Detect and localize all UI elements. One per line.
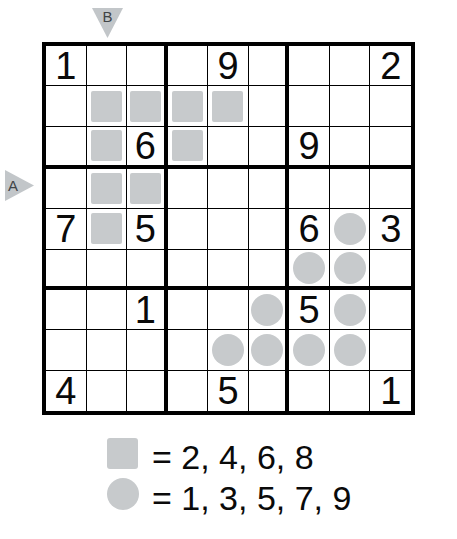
cell-r5c9[interactable]: 3 [370,209,411,249]
cell-r6c7[interactable] [289,250,330,290]
cell-r2c1[interactable] [46,86,87,126]
cell-r8c7[interactable] [289,330,330,370]
cell-r3c4[interactable] [168,127,209,169]
given-digit: 3 [380,210,401,248]
even-square-marker [91,130,122,161]
cell-r3c7[interactable]: 9 [289,127,330,169]
cell-r3c8[interactable] [330,127,371,169]
odd-circle-marker [334,252,366,284]
cell-r9c1[interactable]: 4 [46,371,87,411]
cell-r8c6[interactable] [249,330,290,370]
cell-r4c2[interactable] [87,169,128,209]
marker-b-label: B [92,9,123,26]
cell-r3c1[interactable] [46,127,87,169]
cell-r2c8[interactable] [330,86,371,126]
cell-r1c6[interactable] [249,46,290,86]
odd-circle-marker [293,334,325,366]
cell-r4c1[interactable] [46,169,87,209]
cell-r4c8[interactable] [330,169,371,209]
cell-r5c4[interactable] [168,209,209,249]
cell-r2c6[interactable] [249,86,290,126]
cell-r1c7[interactable] [289,46,330,86]
legend-even-square-swatch [107,438,138,469]
even-square-marker [91,173,122,204]
odd-circle-marker [334,213,366,245]
given-digit: 6 [135,127,156,165]
cell-r6c1[interactable] [46,250,87,290]
cell-r8c8[interactable] [330,330,371,370]
odd-circle-marker [293,252,325,284]
odd-circle-marker [251,334,283,366]
legend-odd-circle-swatch [107,478,139,510]
cell-r5c6[interactable] [249,209,290,249]
cell-r8c5[interactable] [208,330,249,370]
cell-r6c2[interactable] [87,250,128,290]
cell-r2c4[interactable] [168,86,209,126]
cell-r8c3[interactable] [127,330,168,370]
cell-r6c9[interactable] [370,250,411,290]
cell-r9c6[interactable] [249,371,290,411]
cell-r5c2[interactable] [87,209,128,249]
cell-r2c9[interactable] [370,86,411,126]
cell-r9c8[interactable] [330,371,371,411]
cell-r5c1[interactable]: 7 [46,209,87,249]
even-square-marker [172,130,203,161]
cell-r2c2[interactable] [87,86,128,126]
cell-r8c2[interactable] [87,330,128,370]
even-square-marker [91,213,122,244]
legend-odd-label: = 1, 3, 5, 7, 9 [152,481,351,515]
cell-r3c3[interactable]: 6 [127,127,168,169]
cell-r8c9[interactable] [370,330,411,370]
given-digit: 7 [55,210,76,248]
cell-r6c5[interactable] [208,250,249,290]
sudoku-grid: 19269756315451 [42,42,415,415]
cell-r4c9[interactable] [370,169,411,209]
cell-r7c2[interactable] [87,290,128,330]
cell-r7c4[interactable] [168,290,209,330]
cell-r5c3[interactable]: 5 [127,209,168,249]
cell-r7c6[interactable] [249,290,290,330]
odd-circle-marker [212,334,244,366]
marker-a-right-arrow-icon: A [5,170,34,201]
given-digit: 5 [299,291,320,329]
given-digit: 9 [217,47,238,85]
cell-r1c1[interactable]: 1 [46,46,87,86]
cell-r8c1[interactable] [46,330,87,370]
cell-r6c8[interactable] [330,250,371,290]
cell-r3c6[interactable] [249,127,290,169]
odd-circle-marker [251,294,283,326]
odd-circle-marker [334,334,366,366]
cell-r7c8[interactable] [330,290,371,330]
cell-r6c4[interactable] [168,250,209,290]
cell-r4c7[interactable] [289,169,330,209]
cell-r1c8[interactable] [330,46,371,86]
cell-r8c4[interactable] [168,330,209,370]
cell-r6c3[interactable] [127,250,168,290]
even-square-marker [172,91,203,122]
even-square-marker [130,173,161,204]
given-digit: 1 [135,291,156,329]
cell-r9c3[interactable] [127,371,168,411]
cell-r7c3[interactable]: 1 [127,290,168,330]
cell-r7c1[interactable] [46,290,87,330]
given-digit: 1 [380,372,401,410]
cell-r4c5[interactable] [208,169,249,209]
cell-r1c4[interactable] [168,46,209,86]
cell-r9c9[interactable]: 1 [370,371,411,411]
marker-a-label: A [8,178,18,193]
cell-r5c7[interactable]: 6 [289,209,330,249]
cell-r9c2[interactable] [87,371,128,411]
cell-r1c3[interactable] [127,46,168,86]
cell-r3c9[interactable] [370,127,411,169]
cell-r7c5[interactable] [208,290,249,330]
cell-r5c8[interactable] [330,209,371,249]
even-square-marker [130,91,161,122]
cell-r2c3[interactable] [127,86,168,126]
even-square-marker [212,91,243,122]
even-square-marker [91,91,122,122]
cell-r1c9[interactable]: 2 [370,46,411,86]
cell-r3c2[interactable] [87,127,128,169]
cell-r1c5[interactable]: 9 [208,46,249,86]
given-digit: 9 [299,127,320,165]
cell-r9c4[interactable] [168,371,209,411]
given-digit: 4 [55,372,76,410]
cell-r2c7[interactable] [289,86,330,126]
cell-r7c9[interactable] [370,290,411,330]
given-digit: 2 [380,47,401,85]
cell-r3c5[interactable] [208,127,249,169]
cell-r4c3[interactable] [127,169,168,209]
cell-r9c5[interactable]: 5 [208,371,249,411]
given-digit: 1 [55,47,76,85]
cell-r5c5[interactable] [208,209,249,249]
cell-r4c4[interactable] [168,169,209,209]
marker-b-down-arrow-icon: B [92,8,123,38]
cell-r6c6[interactable] [249,250,290,290]
cell-r4c6[interactable] [249,169,290,209]
cell-r1c2[interactable] [87,46,128,86]
puzzle-canvas: B A 19269756315451 = 2, 4, 6, 8 = 1, 3, … [0,0,457,539]
given-digit: 5 [135,210,156,248]
given-digit: 5 [217,372,238,410]
cell-r2c5[interactable] [208,86,249,126]
legend-even-label: = 2, 4, 6, 8 [152,440,314,474]
given-digit: 6 [299,210,320,248]
odd-circle-marker [334,294,366,326]
cell-r7c7[interactable]: 5 [289,290,330,330]
cell-r9c7[interactable] [289,371,330,411]
